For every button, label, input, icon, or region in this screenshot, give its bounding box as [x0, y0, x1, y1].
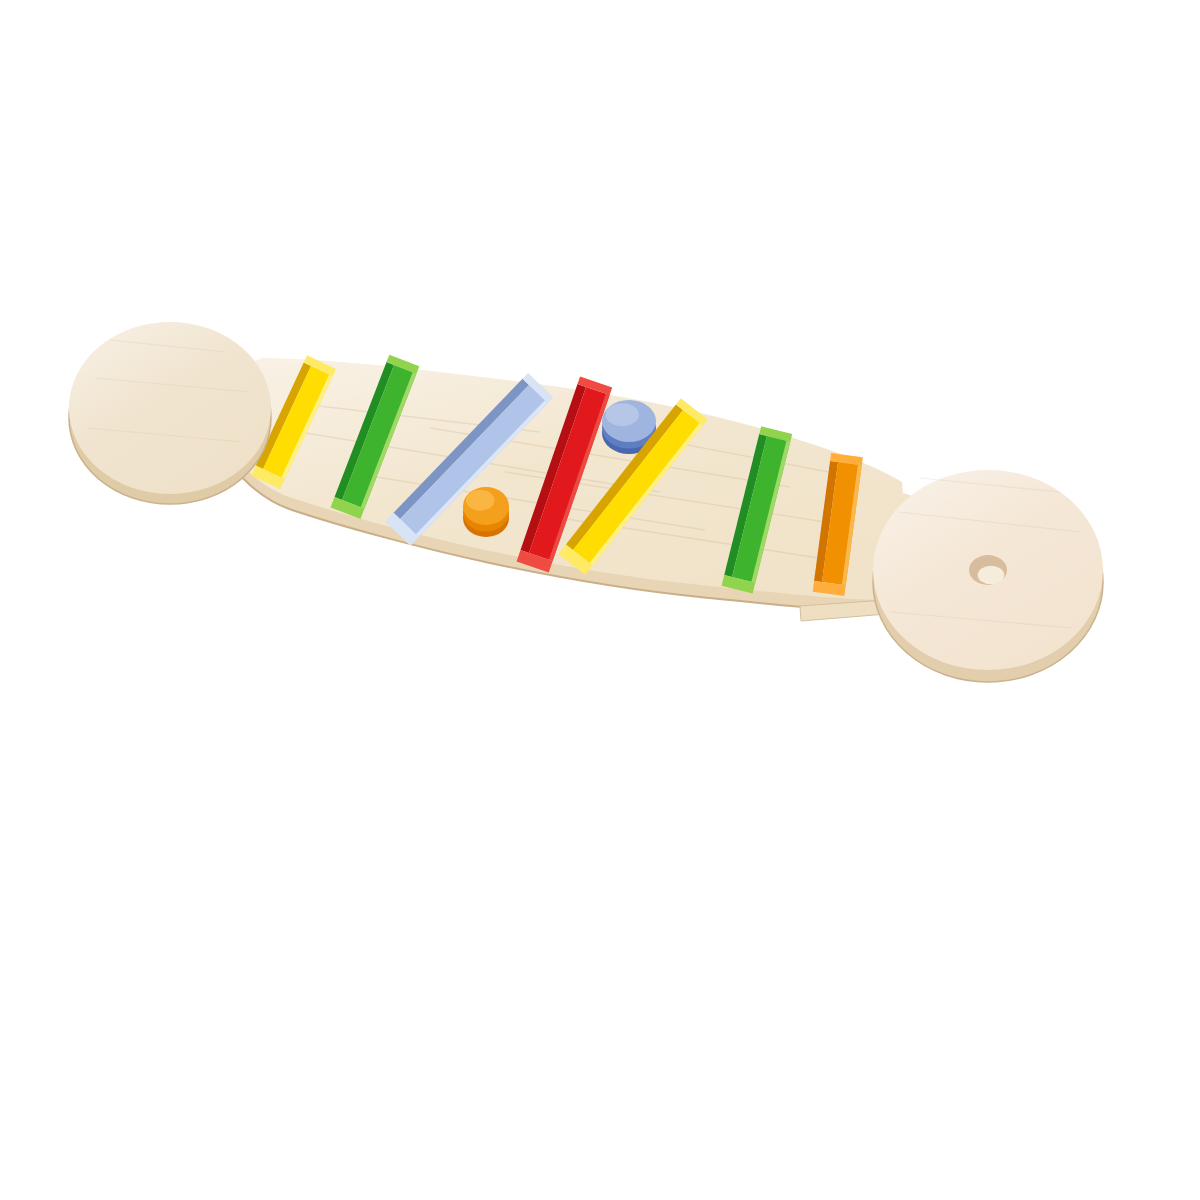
disc-right-hole-inner — [978, 566, 1005, 585]
disc-left-sheen — [69, 322, 271, 494]
wooden-balance-toy-illustration — [0, 0, 1200, 1200]
toy-parts-group — [69, 322, 1103, 682]
peg-blue-highlight — [606, 403, 639, 426]
peg-orange-highlight — [466, 490, 495, 511]
product-photo-canvas — [0, 0, 1200, 1200]
